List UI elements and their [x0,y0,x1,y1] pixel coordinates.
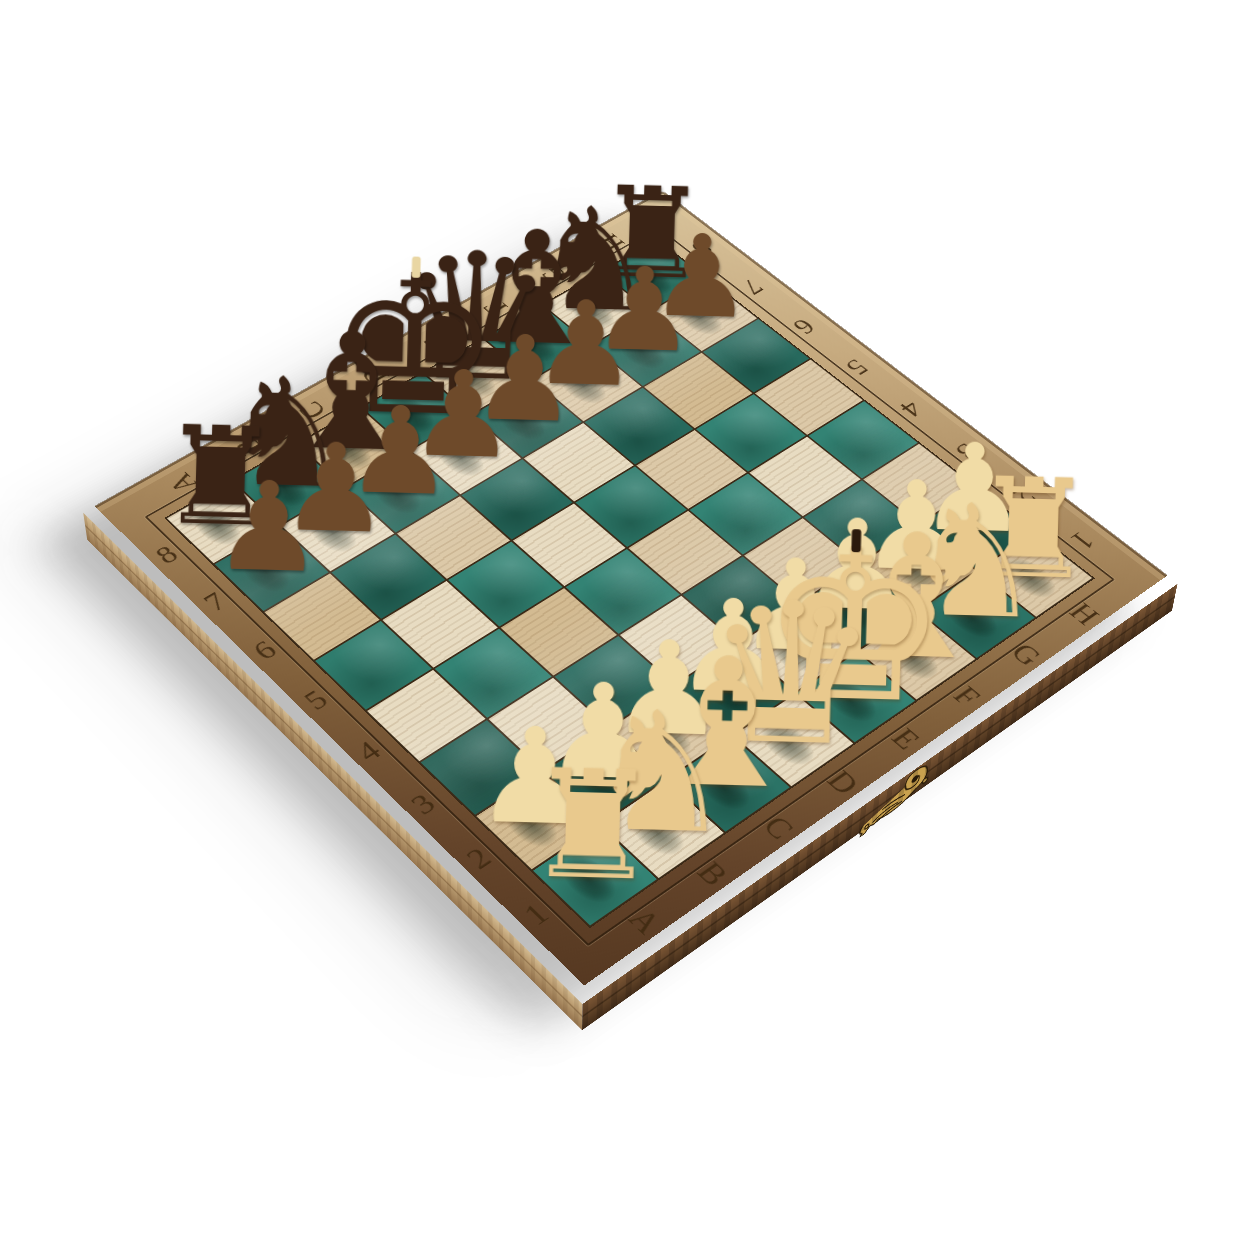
white-king-dark-finial [851,529,861,552]
camera-tilt: ♜♟♟♜♞♟♟♞♝♟♟♝♛♟♟♚♚♟♟♛♝♟♟♝♞♟♟♞♜♟♟♜ AABBCCD… [0,0,1250,1250]
board-top-surface: ♜♟♟♜♞♟♟♞♝♟♟♝♛♟♟♚♚♟♟♛♝♟♟♝♞♟♟♞♜♟♟♜ AABBCCD… [83,190,1177,1004]
chess-board-box: ♜♟♟♜♞♟♟♞♝♟♟♝♛♟♟♚♚♟♟♛♝♟♟♝♞♟♟♞♜♟♟♜ AABBCCD… [83,190,1177,1004]
product-photo-scene: ♜♟♟♜♞♟♟♞♝♟♟♝♛♟♟♚♚♟♟♛♝♟♟♝♞♟♟♞♜♟♟♜ AABBCCD… [0,0,1250,1250]
perspective-wrap: ♜♟♟♜♞♟♟♞♝♟♟♝♛♟♟♚♚♟♟♛♝♟♟♝♞♟♟♞♜♟♟♜ AABBCCD… [0,0,1250,1250]
black-king-light-finial [412,257,421,278]
